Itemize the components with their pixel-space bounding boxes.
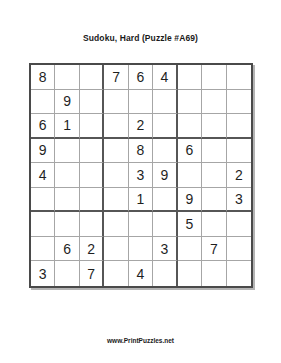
cell-r8c2: 6 (55, 237, 79, 262)
sudoku-board: 87649612986439219356237374 (29, 63, 253, 288)
cell-r8c7 (178, 237, 202, 262)
cell-r9c6 (153, 261, 177, 286)
cell-r3c3 (80, 114, 104, 139)
cell-r8c5 (129, 237, 153, 262)
cell-r2c6 (153, 90, 177, 115)
puzzle-title: Sudoku, Hard (Puzzle #A69) (0, 33, 281, 43)
cell-r1c3 (80, 65, 104, 90)
cell-r5c5: 3 (129, 163, 153, 188)
cell-r1c5: 6 (129, 65, 153, 90)
cell-r1c8 (202, 65, 226, 90)
cell-r4c3 (80, 139, 104, 164)
cell-r4c1: 9 (31, 139, 55, 164)
cell-r5c1: 4 (31, 163, 55, 188)
cell-r9c1: 3 (31, 261, 55, 286)
cell-r9c9 (227, 261, 251, 286)
cell-r1c6: 4 (153, 65, 177, 90)
cell-r7c1 (31, 212, 55, 237)
cell-r1c2 (55, 65, 79, 90)
cell-r7c8 (202, 212, 226, 237)
cell-r7c7: 5 (178, 212, 202, 237)
cell-r8c6: 3 (153, 237, 177, 262)
cell-r7c9 (227, 212, 251, 237)
cell-r8c4 (104, 237, 128, 262)
cell-r9c5: 4 (129, 261, 153, 286)
cell-r1c9 (227, 65, 251, 90)
cell-r6c7: 9 (178, 188, 202, 213)
cell-r8c1 (31, 237, 55, 262)
cell-r7c3 (80, 212, 104, 237)
cell-r5c2 (55, 163, 79, 188)
cell-r4c4 (104, 139, 128, 164)
cell-r9c4 (104, 261, 128, 286)
cell-r6c5: 1 (129, 188, 153, 213)
cell-r1c7 (178, 65, 202, 90)
cell-r2c5 (129, 90, 153, 115)
cell-r4c9 (227, 139, 251, 164)
cell-r1c1: 8 (31, 65, 55, 90)
cell-r5c8 (202, 163, 226, 188)
cell-r2c3 (80, 90, 104, 115)
cell-r3c1: 6 (31, 114, 55, 139)
cell-r6c8 (202, 188, 226, 213)
cell-r3c6 (153, 114, 177, 139)
cell-r6c4 (104, 188, 128, 213)
cell-r2c1 (31, 90, 55, 115)
cell-r4c5: 8 (129, 139, 153, 164)
cell-r4c6 (153, 139, 177, 164)
cell-r3c4 (104, 114, 128, 139)
cell-r5c4 (104, 163, 128, 188)
cell-r4c7: 6 (178, 139, 202, 164)
cell-r2c8 (202, 90, 226, 115)
cell-r8c3: 2 (80, 237, 104, 262)
cell-r6c1 (31, 188, 55, 213)
cell-r6c9: 3 (227, 188, 251, 213)
cell-r5c6: 9 (153, 163, 177, 188)
cell-r6c3 (80, 188, 104, 213)
cell-r9c3: 7 (80, 261, 104, 286)
cell-r3c8 (202, 114, 226, 139)
footer-site-credit: www.PrintPuzzles.net (0, 337, 281, 344)
cell-r1c4: 7 (104, 65, 128, 90)
cell-r2c9 (227, 90, 251, 115)
cell-r7c2 (55, 212, 79, 237)
cell-r4c2 (55, 139, 79, 164)
cell-r9c2 (55, 261, 79, 286)
cell-r6c6 (153, 188, 177, 213)
cell-r4c8 (202, 139, 226, 164)
cell-r8c8: 7 (202, 237, 226, 262)
cell-r9c7 (178, 261, 202, 286)
cell-r8c9 (227, 237, 251, 262)
cell-r5c7 (178, 163, 202, 188)
cell-r9c8 (202, 261, 226, 286)
cell-r3c5: 2 (129, 114, 153, 139)
cell-r2c4 (104, 90, 128, 115)
cell-r6c2 (55, 188, 79, 213)
cell-r3c9 (227, 114, 251, 139)
cell-r3c7 (178, 114, 202, 139)
cell-r2c2: 9 (55, 90, 79, 115)
cell-r7c5 (129, 212, 153, 237)
cell-r5c9: 2 (227, 163, 251, 188)
cell-r3c2: 1 (55, 114, 79, 139)
printable-puzzle-page: Sudoku, Hard (Puzzle #A69) 8764961298643… (0, 0, 281, 363)
cell-r5c3 (80, 163, 104, 188)
cell-r2c7 (178, 90, 202, 115)
cell-r7c4 (104, 212, 128, 237)
cell-r7c6 (153, 212, 177, 237)
